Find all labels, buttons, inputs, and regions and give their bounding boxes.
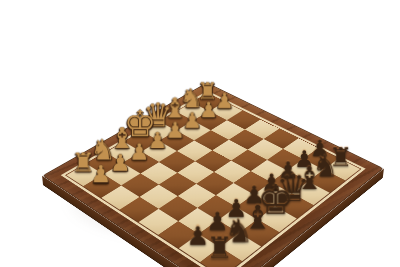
board-grid: ♜♟♟♜♞♟♟♞♝♟♟♝♛♟♟♛♚♟♟♚♝♟♟♝♞♟♟♞♜♟♟♜ bbox=[66, 93, 360, 267]
white-pawn-e2: ♟ bbox=[148, 130, 168, 152]
white-pawn-c2: ♟ bbox=[183, 109, 202, 131]
white-pawn-g2: ♟ bbox=[110, 151, 131, 174]
black-rook-h8: ♜ bbox=[206, 233, 233, 263]
white-pawn-f2: ♟ bbox=[129, 140, 149, 163]
chess-board: ♜♟♟♜♞♟♟♞♝♟♟♝♛♟♟♛♚♟♟♚♝♟♟♝♞♟♟♞♜♟♟♜ bbox=[66, 93, 360, 267]
white-pawn-h2: ♟ bbox=[90, 163, 111, 187]
chess-set-photo: ♜♟♟♜♞♟♟♞♝♟♟♝♛♟♟♛♚♟♟♚♝♟♟♝♞♟♟♞♜♟♟♜ bbox=[0, 0, 400, 267]
white-pawn-d2: ♟ bbox=[165, 119, 185, 141]
